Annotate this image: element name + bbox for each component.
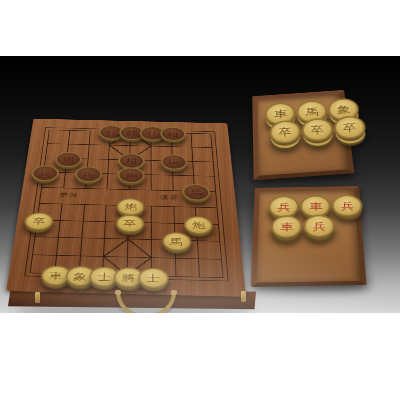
lattice-cell xyxy=(32,237,58,255)
photo-stage: 楚河 漢界 仕帥仕相炮相馬兵兵炮馬炮卒卒炮馬車象士將士 車馬象卒卒卒 兵車兵車兵 xyxy=(0,0,400,400)
lattice-cell xyxy=(151,257,175,276)
tray-shadow xyxy=(258,278,370,291)
tray-surface: 車馬象卒卒卒 xyxy=(252,90,354,180)
board-surface: 楚河 漢界 仕帥仕相炮相馬兵兵炮馬炮卒卒炮馬車象士將士 xyxy=(6,119,246,297)
lattice-cell xyxy=(127,257,151,276)
lattice-cell xyxy=(30,255,56,274)
captured-piece-兵[interactable]: 兵 xyxy=(303,215,335,238)
captured-piece-卒[interactable]: 卒 xyxy=(269,120,301,145)
gold-piece-象[interactable]: 象 xyxy=(64,266,96,287)
brass-clasp-right xyxy=(241,291,246,302)
red-piece-相[interactable]: 相 xyxy=(160,127,186,142)
gold-piece-將[interactable]: 將 xyxy=(113,267,144,288)
lattice-cell xyxy=(127,239,151,258)
lattice-cell xyxy=(56,237,81,255)
tray-row: 車兵 xyxy=(271,215,336,239)
red-piece-兵[interactable]: 兵 xyxy=(31,165,60,181)
gold-piece-士[interactable]: 士 xyxy=(138,268,169,289)
tray-surface: 兵車兵車兵 xyxy=(251,186,367,287)
board-case-front-edge xyxy=(8,289,256,310)
brass-handle[interactable] xyxy=(116,292,176,313)
studio-backdrop: 楚河 漢界 仕帥仕相炮相馬兵兵炮馬炮卒卒炮馬車象士將士 車馬象卒卒卒 兵車兵車兵 xyxy=(0,56,400,313)
lattice-cell xyxy=(54,255,80,274)
captured-piece-卒[interactable]: 卒 xyxy=(333,115,367,140)
board-grid-area: 楚河 漢界 仕帥仕相炮相馬兵兵炮馬炮卒卒炮馬車象士將士 xyxy=(30,130,224,278)
red-piece-兵[interactable]: 兵 xyxy=(74,166,102,182)
captured-piece-車[interactable]: 車 xyxy=(271,215,303,238)
gold-piece-士[interactable]: 士 xyxy=(89,266,120,287)
lattice-cell xyxy=(103,238,127,257)
red-piece-馬[interactable]: 馬 xyxy=(160,154,187,170)
lattice-cell xyxy=(198,259,223,278)
brass-clasp-left xyxy=(35,292,40,303)
gold-piece-炮[interactable]: 炮 xyxy=(184,216,214,234)
lattice-cell xyxy=(80,238,105,256)
lattice-cell xyxy=(151,240,175,259)
red-piece-炮[interactable]: 炮 xyxy=(117,167,144,183)
lattice-cell xyxy=(174,258,199,277)
board-pieces-layer: 仕帥仕相炮相馬兵兵炮馬炮卒卒炮馬車象士將士 xyxy=(30,130,224,278)
red-piece-馬[interactable]: 馬 xyxy=(182,184,210,201)
gold-piece-卒[interactable]: 卒 xyxy=(23,212,54,230)
lattice-cell xyxy=(197,241,222,260)
red-piece-相[interactable]: 相 xyxy=(118,153,145,169)
board-shadow xyxy=(14,304,254,313)
red-piece-炮[interactable]: 炮 xyxy=(54,151,82,167)
captured-piece-卒[interactable]: 卒 xyxy=(301,117,334,142)
captured-tray-red[interactable]: 兵車兵車兵 xyxy=(255,186,361,313)
gold-piece-炮[interactable]: 炮 xyxy=(116,198,144,216)
lattice-cell xyxy=(102,256,127,275)
captured-piece-兵[interactable]: 兵 xyxy=(332,195,364,217)
gold-piece-車[interactable]: 車 xyxy=(40,265,72,286)
gold-piece-卒[interactable]: 卒 xyxy=(116,214,145,232)
xiangqi-board[interactable]: 楚河 漢界 仕帥仕相炮相馬兵兵炮馬炮卒卒炮馬車象士將士 xyxy=(6,56,254,297)
lattice-cell xyxy=(174,240,198,259)
gold-piece-馬[interactable]: 馬 xyxy=(162,232,192,251)
lattice-cell xyxy=(78,256,103,275)
